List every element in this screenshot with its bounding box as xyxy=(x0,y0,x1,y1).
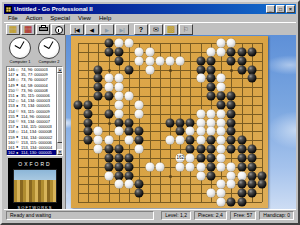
white-stone xyxy=(145,162,154,171)
white-stone xyxy=(135,109,144,118)
clock-label: Computer 1 xyxy=(7,59,33,64)
black-stone xyxy=(206,162,215,171)
black-stone xyxy=(247,74,256,83)
black-stone xyxy=(237,189,246,198)
white-stone xyxy=(114,74,123,83)
white-stone xyxy=(227,180,236,189)
black-stone xyxy=(125,127,134,136)
first-move-icon: |◀ xyxy=(74,27,79,33)
white-stone xyxy=(114,109,123,118)
white-stone xyxy=(217,136,226,145)
white-stone xyxy=(206,109,215,118)
status-handicap: Handicap: 0 xyxy=(259,211,294,220)
menu-action[interactable]: Action xyxy=(22,14,47,22)
clock-button[interactable] xyxy=(51,24,65,35)
black-stone xyxy=(125,153,134,162)
menu-bar: FileActionSpecialViewHelp xyxy=(4,14,296,22)
move-number-label: 162 xyxy=(176,155,185,160)
black-clock: Computer 1 xyxy=(7,37,33,64)
black-stone xyxy=(206,83,215,92)
black-stone xyxy=(94,74,103,83)
white-stone xyxy=(114,100,123,109)
white-stone xyxy=(217,127,226,136)
board-grid: 162 xyxy=(78,43,262,202)
black-stone xyxy=(247,145,256,154)
title-bar[interactable]: Untitled - Go Professional II _ □ × xyxy=(4,4,296,14)
white-stone xyxy=(237,171,246,180)
white-stone xyxy=(125,39,134,48)
black-stone xyxy=(237,162,246,171)
black-stone xyxy=(104,92,113,101)
black-stone xyxy=(227,109,236,118)
black-stone xyxy=(114,171,123,180)
white-stone xyxy=(125,136,134,145)
white-stone xyxy=(206,127,215,136)
prev-move-icon: ◀ xyxy=(90,27,94,33)
white-stone xyxy=(176,162,185,171)
black-stone xyxy=(104,153,113,162)
black-stone xyxy=(186,118,195,127)
black-stone xyxy=(125,171,134,180)
menu-special[interactable]: Special xyxy=(46,14,74,22)
white-stone xyxy=(206,118,215,127)
resign-button[interactable]: ⚐ xyxy=(179,24,193,35)
help-icon: ? xyxy=(139,26,143,33)
black-stone xyxy=(125,65,134,74)
black-stone xyxy=(104,39,113,48)
black-stone xyxy=(135,127,144,136)
status-free: Free: 57 xyxy=(230,211,257,220)
black-stone xyxy=(176,127,185,136)
next-move-button[interactable]: ▶ xyxy=(100,24,114,35)
black-stone xyxy=(237,145,246,154)
white-stone xyxy=(217,47,226,56)
black-stone xyxy=(186,136,195,145)
white-stone xyxy=(145,65,154,74)
black-stone xyxy=(227,136,236,145)
white-stone xyxy=(114,127,123,136)
white-stone xyxy=(186,153,195,162)
white-stone xyxy=(176,56,185,65)
black-stone xyxy=(74,100,83,109)
white-stone xyxy=(217,145,226,154)
status-pieces: Pieces: 2,4 xyxy=(194,211,227,220)
black-stone xyxy=(176,118,185,127)
white-stone xyxy=(196,109,205,118)
black-stone xyxy=(206,171,215,180)
black-stone xyxy=(94,92,103,101)
black-stone xyxy=(206,92,215,101)
white-stone xyxy=(227,171,236,180)
white-stone xyxy=(206,189,215,198)
menu-view[interactable]: View xyxy=(74,14,95,22)
white-stone xyxy=(227,162,236,171)
hoshi-point xyxy=(108,69,111,72)
black-stone xyxy=(247,180,256,189)
black-stone xyxy=(114,47,123,56)
white-stone xyxy=(94,145,103,154)
menu-help[interactable]: Help xyxy=(95,14,115,22)
hoshi-point xyxy=(108,122,111,125)
side-panel: Computer 1 Computer 2 146●74, 96: 000003… xyxy=(4,35,66,211)
print-button[interactable] xyxy=(36,24,50,35)
oxford-softworks-logo: OXFORD SOFTWORKS xyxy=(8,158,62,214)
black-stone xyxy=(104,109,113,118)
score-board-icon: ▩ xyxy=(167,24,176,34)
white-stone xyxy=(217,83,226,92)
hoshi-point xyxy=(169,69,172,72)
white-stone: 162 xyxy=(176,153,185,162)
clock-face-icon xyxy=(9,37,31,59)
black-stone xyxy=(206,74,215,83)
black-stone xyxy=(247,171,256,180)
black-stone xyxy=(125,162,134,171)
black-stone xyxy=(94,83,103,92)
black-stone xyxy=(196,153,205,162)
black-stone xyxy=(247,65,256,74)
white-stone xyxy=(114,83,123,92)
black-stone xyxy=(114,118,123,127)
white-stone xyxy=(135,100,144,109)
white-stone xyxy=(217,109,226,118)
black-stone xyxy=(237,180,246,189)
white-stone xyxy=(186,127,195,136)
white-stone xyxy=(217,180,226,189)
white-stone xyxy=(166,136,175,145)
white-stone xyxy=(104,83,113,92)
white-stone xyxy=(114,39,123,48)
status-message: Ready and waiting xyxy=(6,211,154,220)
white-stone xyxy=(196,171,205,180)
black-stone xyxy=(237,47,246,56)
black-stone xyxy=(227,145,236,154)
minimize-button[interactable]: _ xyxy=(266,5,275,13)
black-stone xyxy=(227,118,236,127)
black-stone xyxy=(114,162,123,171)
message-button[interactable]: ✉ xyxy=(149,24,163,35)
move-rows: 146●74, 96: 000003147●35, 77: 000009148●… xyxy=(7,67,56,155)
white-stone xyxy=(217,153,226,162)
status-level: Level: 1,2 xyxy=(161,211,191,220)
status-bar: Ready and waiting Level: 1,2 Pieces: 2,4… xyxy=(4,209,296,221)
white-stone xyxy=(217,74,226,83)
white-stone xyxy=(104,74,113,83)
white-stone xyxy=(166,56,175,65)
black-stone xyxy=(227,47,236,56)
black-stone xyxy=(84,109,93,118)
white-stone xyxy=(155,162,164,171)
black-stone xyxy=(94,65,103,74)
next-move-icon: ▶ xyxy=(105,27,109,33)
black-stone xyxy=(84,127,93,136)
white-stone xyxy=(206,47,215,56)
prev-move-button[interactable]: ◀ xyxy=(85,24,99,35)
black-stone xyxy=(135,136,144,145)
black-stone xyxy=(227,56,236,65)
white-stone xyxy=(227,39,236,48)
maximize-button[interactable]: □ xyxy=(276,5,285,13)
message-icon: ✉ xyxy=(153,26,159,33)
first-move-button[interactable]: |◀ xyxy=(70,24,84,35)
black-stone xyxy=(247,162,256,171)
black-stone xyxy=(114,153,123,162)
black-stone xyxy=(206,136,215,145)
black-stone xyxy=(135,189,144,198)
white-stone xyxy=(217,118,226,127)
white-stone xyxy=(145,47,154,56)
scroll-thumb[interactable] xyxy=(57,73,63,143)
hoshi-point xyxy=(169,175,172,178)
black-stone xyxy=(206,56,215,65)
logo-image xyxy=(13,169,57,203)
white-stone xyxy=(217,39,226,48)
move-text: 114, 130: 000005 xyxy=(21,150,52,155)
white-stone xyxy=(125,180,134,189)
clocks: Computer 1 Computer 2 xyxy=(5,36,64,64)
black-stone xyxy=(84,100,93,109)
black-stone xyxy=(206,145,215,154)
logo-top-text: OXFORD xyxy=(8,161,62,168)
help-button[interactable]: ? xyxy=(134,24,148,35)
black-stone xyxy=(247,189,256,198)
white-stone xyxy=(104,136,113,145)
black-stone xyxy=(217,100,226,109)
white-stone xyxy=(145,56,154,65)
black-stone xyxy=(237,136,246,145)
app-icon xyxy=(5,6,12,13)
white-stone xyxy=(196,136,205,145)
close-button[interactable]: × xyxy=(286,5,295,13)
white-stone xyxy=(94,127,103,136)
resign-icon: ⚐ xyxy=(183,26,189,33)
white-stone xyxy=(94,136,103,145)
white-stone xyxy=(196,74,205,83)
black-stone xyxy=(114,56,123,65)
white-stone xyxy=(217,198,226,207)
white-stone xyxy=(217,162,226,171)
move-list-scrollbar[interactable]: ▲ ▼ xyxy=(56,67,62,155)
black-stone xyxy=(84,136,93,145)
white-stone xyxy=(104,171,113,180)
last-move-button[interactable]: ▶| xyxy=(115,24,129,35)
black-stone xyxy=(125,118,134,127)
window-title: Untitled - Go Professional II xyxy=(14,4,265,14)
hoshi-point xyxy=(230,69,233,72)
white-stone xyxy=(155,56,164,65)
setup-board-button[interactable]: ▦ xyxy=(21,24,35,35)
white-stone xyxy=(114,180,123,189)
black-stone xyxy=(206,153,215,162)
black-stone xyxy=(237,153,246,162)
white-stone xyxy=(196,118,205,127)
white-stone xyxy=(135,56,144,65)
alarm-clock-icon xyxy=(55,26,63,34)
white-stone xyxy=(196,162,205,171)
go-board[interactable]: 162 xyxy=(71,36,268,208)
white-stone xyxy=(135,47,144,56)
clock-face-icon xyxy=(38,37,60,59)
black-stone xyxy=(206,65,215,74)
black-stone xyxy=(104,47,113,56)
black-stone xyxy=(186,145,195,154)
white-clock: Computer 2 xyxy=(36,37,62,64)
scroll-down-icon[interactable]: ▼ xyxy=(57,149,63,155)
black-stone xyxy=(227,127,236,136)
clock-label: Computer 2 xyxy=(36,59,62,64)
client-area: Computer 1 Computer 2 146●74, 96: 000003… xyxy=(4,35,296,211)
setup-board-icon: ▦ xyxy=(24,24,33,34)
black-stone xyxy=(196,56,205,65)
last-move-icon: ▶| xyxy=(119,27,124,33)
toolbar: ▦▦|◀◀▶▶|?✉▩⚐ xyxy=(4,22,296,35)
black-stone xyxy=(84,118,93,127)
white-stone xyxy=(125,92,134,101)
black-stone xyxy=(227,198,236,207)
new-board-icon: ▦ xyxy=(9,24,18,34)
black-stone xyxy=(237,65,246,74)
black-stone xyxy=(104,162,113,171)
black-stone xyxy=(217,92,226,101)
black-stone xyxy=(237,198,246,207)
black-stone xyxy=(247,153,256,162)
white-stone xyxy=(135,145,144,154)
black-stone xyxy=(227,100,236,109)
app-window: Untitled - Go Professional II _ □ × File… xyxy=(0,0,300,225)
white-stone xyxy=(217,189,226,198)
menu-file[interactable]: File xyxy=(4,14,22,22)
score-board-button[interactable]: ▩ xyxy=(164,24,178,35)
black-stone xyxy=(237,56,246,65)
white-stone xyxy=(176,136,185,145)
move-list-row[interactable]: 162●114, 130: 000005 xyxy=(7,150,56,155)
black-stone xyxy=(114,145,123,154)
white-stone xyxy=(196,127,205,136)
white-stone xyxy=(186,162,195,171)
move-list[interactable]: 146●74, 96: 000003147●35, 77: 000009148●… xyxy=(6,66,63,156)
new-board-button[interactable]: ▦ xyxy=(6,24,20,35)
black-stone xyxy=(258,180,267,189)
black-stone xyxy=(247,47,256,56)
black-stone xyxy=(135,180,144,189)
white-stone xyxy=(114,92,123,101)
black-stone xyxy=(227,92,236,101)
black-stone xyxy=(166,118,175,127)
black-stone xyxy=(196,145,205,154)
black-stone xyxy=(258,171,267,180)
black-stone xyxy=(196,65,205,74)
black-stone xyxy=(104,145,113,154)
